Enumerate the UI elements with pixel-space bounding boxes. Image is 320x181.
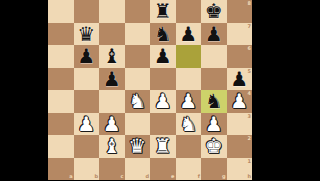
square-c3[interactable]: ♟ (99, 113, 125, 136)
piece-black-bishop-c6[interactable]: ♝ (99, 45, 125, 68)
square-f4[interactable]: ♟ (176, 90, 202, 113)
coordinate-rank-2: 2 (248, 136, 251, 141)
square-c7[interactable] (99, 23, 125, 46)
coordinate-rank-8: 8 (248, 1, 251, 6)
square-h6[interactable]: 6 (227, 45, 253, 68)
square-h3[interactable]: 3 (227, 113, 253, 136)
square-g5[interactable] (201, 68, 227, 91)
square-f2[interactable] (176, 135, 202, 158)
coordinate-file-d: d (145, 174, 149, 179)
square-g2[interactable]: ♚ (201, 135, 227, 158)
square-c4[interactable] (99, 90, 125, 113)
square-d1[interactable]: d (125, 158, 151, 181)
coordinate-rank-6: 6 (248, 46, 251, 51)
piece-white-pawn-f4[interactable]: ♟ (176, 90, 202, 113)
square-g1[interactable]: g (201, 158, 227, 181)
square-b5[interactable] (74, 68, 100, 91)
square-b8[interactable] (74, 0, 100, 23)
square-h5[interactable]: ♟5 (227, 68, 253, 91)
square-a3[interactable] (48, 113, 74, 136)
square-a6[interactable] (48, 45, 74, 68)
piece-white-pawn-e4[interactable]: ♟ (150, 90, 176, 113)
piece-black-pawn-e6[interactable]: ♟ (150, 45, 176, 68)
coordinate-rank-5: 5 (248, 69, 251, 74)
square-a7[interactable] (48, 23, 74, 46)
square-h4[interactable]: ♟4 (227, 90, 253, 113)
square-a1[interactable]: a (48, 158, 74, 181)
square-f7[interactable]: ♟ (176, 23, 202, 46)
coordinate-rank-7: 7 (248, 24, 251, 29)
square-d4[interactable]: ♞ (125, 90, 151, 113)
square-a4[interactable] (48, 90, 74, 113)
square-e7[interactable]: ♞ (150, 23, 176, 46)
square-e4[interactable]: ♟ (150, 90, 176, 113)
piece-white-bishop-c2[interactable]: ♝ (99, 135, 125, 158)
square-a2[interactable] (48, 135, 74, 158)
square-d6[interactable] (125, 45, 151, 68)
square-e6[interactable]: ♟ (150, 45, 176, 68)
square-e1[interactable]: e (150, 158, 176, 181)
piece-white-king-g2[interactable]: ♚ (201, 135, 227, 158)
coordinate-rank-3: 3 (248, 114, 251, 119)
square-e2[interactable]: ♜ (150, 135, 176, 158)
coordinate-file-c: c (121, 174, 124, 179)
square-d7[interactable] (125, 23, 151, 46)
square-a8[interactable] (48, 0, 74, 23)
piece-white-pawn-g3[interactable]: ♟ (201, 113, 227, 136)
square-b2[interactable] (74, 135, 100, 158)
square-b4[interactable] (74, 90, 100, 113)
piece-black-rook-e8[interactable]: ♜ (150, 0, 176, 23)
square-c8[interactable] (99, 0, 125, 23)
square-f5[interactable] (176, 68, 202, 91)
piece-black-knight-g4[interactable]: ♞ (201, 90, 227, 113)
square-g8[interactable]: ♚ (201, 0, 227, 23)
square-c6[interactable]: ♝ (99, 45, 125, 68)
square-d3[interactable] (125, 113, 151, 136)
square-e3[interactable] (150, 113, 176, 136)
square-f3[interactable]: ♞ (176, 113, 202, 136)
chess-board: ♜♚8♛♞♟♟7♟♝♟6♟♟5♞♟♟♞♟4♟♟♞♟3♝♛♜♚2abcdefgh1 (48, 0, 252, 180)
square-d8[interactable] (125, 0, 151, 23)
square-c2[interactable]: ♝ (99, 135, 125, 158)
piece-white-rook-e2[interactable]: ♜ (150, 135, 176, 158)
square-g6[interactable] (201, 45, 227, 68)
coordinate-file-e: e (171, 174, 174, 179)
square-g7[interactable]: ♟ (201, 23, 227, 46)
square-f6[interactable] (176, 45, 202, 68)
square-f8[interactable] (176, 0, 202, 23)
piece-white-knight-d4[interactable]: ♞ (125, 90, 151, 113)
piece-black-knight-e7[interactable]: ♞ (150, 23, 176, 46)
square-h8[interactable]: 8 (227, 0, 253, 23)
square-g4[interactable]: ♞ (201, 90, 227, 113)
square-h7[interactable]: 7 (227, 23, 253, 46)
square-c1[interactable]: c (99, 158, 125, 181)
piece-black-pawn-f7[interactable]: ♟ (176, 23, 202, 46)
square-b6[interactable]: ♟ (74, 45, 100, 68)
piece-black-pawn-g7[interactable]: ♟ (201, 23, 227, 46)
coordinate-file-b: b (94, 174, 98, 179)
square-b7[interactable]: ♛ (74, 23, 100, 46)
square-e5[interactable] (150, 68, 176, 91)
piece-black-king-g8[interactable]: ♚ (201, 0, 227, 23)
square-g3[interactable]: ♟ (201, 113, 227, 136)
square-d2[interactable]: ♛ (125, 135, 151, 158)
piece-black-queen-b7[interactable]: ♛ (74, 23, 100, 46)
coordinate-file-a: a (69, 174, 72, 179)
piece-white-knight-f3[interactable]: ♞ (176, 113, 202, 136)
square-c5[interactable]: ♟ (99, 68, 125, 91)
square-h1[interactable]: h1 (227, 158, 253, 181)
piece-black-pawn-b6[interactable]: ♟ (74, 45, 100, 68)
piece-white-pawn-c3[interactable]: ♟ (99, 113, 125, 136)
square-f1[interactable]: f (176, 158, 202, 181)
square-b1[interactable]: b (74, 158, 100, 181)
coordinate-file-g: g (222, 174, 226, 179)
piece-white-queen-d2[interactable]: ♛ (125, 135, 151, 158)
video-letterbox-background: ♜♚8♛♞♟♟7♟♝♟6♟♟5♞♟♟♞♟4♟♟♞♟3♝♛♜♚2abcdefgh1 (0, 0, 320, 180)
square-h2[interactable]: 2 (227, 135, 253, 158)
square-d5[interactable] (125, 68, 151, 91)
square-e8[interactable]: ♜ (150, 0, 176, 23)
coordinate-rank-1: 1 (248, 159, 251, 164)
piece-black-pawn-c5[interactable]: ♟ (99, 68, 125, 91)
coordinate-file-h: h (247, 174, 251, 179)
piece-white-pawn-b3[interactable]: ♟ (74, 113, 100, 136)
coordinate-file-f: f (198, 174, 200, 179)
square-a5[interactable] (48, 68, 74, 91)
coordinate-rank-4: 4 (248, 91, 251, 96)
square-b3[interactable]: ♟ (74, 113, 100, 136)
